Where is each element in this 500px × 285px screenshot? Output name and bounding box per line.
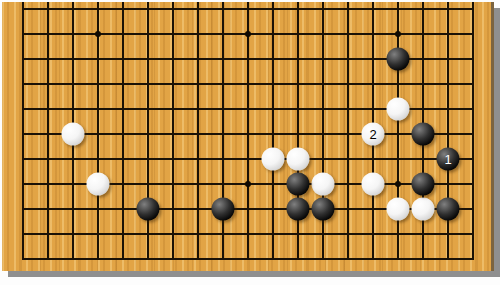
star-point bbox=[395, 181, 401, 187]
black-stone bbox=[387, 48, 410, 71]
white-stone bbox=[287, 148, 310, 171]
grid-vertical-line bbox=[197, 2, 199, 260]
grid-vertical-line bbox=[247, 2, 249, 260]
grid-vertical-line bbox=[47, 2, 49, 260]
grid-vertical-line bbox=[347, 2, 349, 260]
move-number-label: 2 bbox=[369, 128, 376, 141]
move-number-label: 1 bbox=[444, 153, 451, 166]
star-point bbox=[95, 31, 101, 37]
grid-horizontal-line bbox=[22, 258, 474, 260]
black-stone: 1 bbox=[437, 148, 460, 171]
black-stone bbox=[412, 123, 435, 146]
grid-vertical-line bbox=[397, 2, 399, 260]
white-stone bbox=[412, 198, 435, 221]
grid-vertical-line bbox=[297, 2, 299, 260]
white-stone bbox=[62, 123, 85, 146]
grid-horizontal-line bbox=[22, 158, 474, 160]
grid-vertical-line bbox=[447, 2, 449, 260]
go-board[interactable]: 21 bbox=[2, 2, 494, 271]
grid-horizontal-line bbox=[22, 133, 474, 135]
grid-horizontal-line bbox=[22, 8, 474, 10]
grid-vertical-line bbox=[147, 2, 149, 260]
black-stone bbox=[437, 198, 460, 221]
white-stone bbox=[362, 173, 385, 196]
grid-vertical-line bbox=[272, 2, 274, 260]
grid-vertical-line bbox=[322, 2, 324, 260]
grid-vertical-line bbox=[222, 2, 224, 260]
grid-vertical-line bbox=[97, 2, 99, 260]
black-stone bbox=[212, 198, 235, 221]
grid-vertical-line bbox=[172, 2, 174, 260]
grid-vertical-line bbox=[472, 2, 474, 260]
black-stone bbox=[312, 198, 335, 221]
white-stone bbox=[312, 173, 335, 196]
grid-vertical-line bbox=[122, 2, 124, 260]
grid-horizontal-line bbox=[22, 83, 474, 85]
white-stone bbox=[262, 148, 285, 171]
grid-horizontal-line bbox=[22, 233, 474, 235]
star-point bbox=[395, 31, 401, 37]
white-stone: 2 bbox=[362, 123, 385, 146]
grid-vertical-line bbox=[22, 2, 24, 260]
black-stone bbox=[137, 198, 160, 221]
star-point bbox=[245, 31, 251, 37]
black-stone bbox=[287, 198, 310, 221]
screenshot-frame: 21 bbox=[0, 0, 500, 285]
white-stone bbox=[387, 98, 410, 121]
black-stone bbox=[412, 173, 435, 196]
white-stone bbox=[87, 173, 110, 196]
black-stone bbox=[287, 173, 310, 196]
star-point bbox=[245, 181, 251, 187]
white-stone bbox=[387, 198, 410, 221]
